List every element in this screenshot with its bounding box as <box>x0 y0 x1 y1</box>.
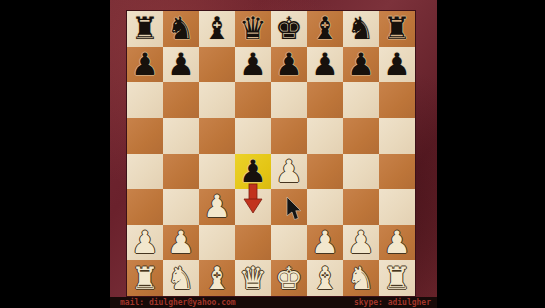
square-h8[interactable]: ♜ <box>379 11 415 47</box>
square-f8[interactable]: ♝ <box>307 11 343 47</box>
piece-black-pawn-g7[interactable]: ♟ <box>347 47 375 82</box>
square-e6[interactable] <box>271 82 307 118</box>
square-e4[interactable]: ♟ <box>271 154 307 190</box>
piece-black-pawn-e7[interactable]: ♟ <box>275 47 303 82</box>
square-c5[interactable] <box>199 118 235 154</box>
square-a5[interactable] <box>127 118 163 154</box>
square-d4[interactable]: ♟ <box>235 154 271 190</box>
piece-white-pawn-e4[interactable]: ♟ <box>275 154 303 189</box>
square-b7[interactable]: ♟ <box>163 47 199 83</box>
skype-contact-text: skype: adiulgher <box>354 297 431 308</box>
square-g7[interactable]: ♟ <box>343 47 379 83</box>
square-e1[interactable]: ♚ <box>271 260 307 296</box>
piece-black-pawn-d7[interactable]: ♟ <box>239 47 267 82</box>
square-b4[interactable] <box>163 154 199 190</box>
piece-black-pawn-a7[interactable]: ♟ <box>131 47 159 82</box>
piece-black-pawn-d4[interactable]: ♟ <box>239 154 267 189</box>
piece-black-pawn-h7[interactable]: ♟ <box>383 47 411 82</box>
square-a4[interactable] <box>127 154 163 190</box>
square-c6[interactable] <box>199 82 235 118</box>
piece-black-rook-h8[interactable]: ♜ <box>383 11 411 46</box>
square-b1[interactable]: ♞ <box>163 260 199 296</box>
piece-black-knight-b8[interactable]: ♞ <box>167 11 195 46</box>
square-g2[interactable]: ♟ <box>343 225 379 261</box>
piece-white-pawn-g2[interactable]: ♟ <box>347 225 375 260</box>
square-g6[interactable] <box>343 82 379 118</box>
piece-black-pawn-f7[interactable]: ♟ <box>311 47 339 82</box>
square-d1[interactable]: ♛ <box>235 260 271 296</box>
square-f6[interactable] <box>307 82 343 118</box>
square-b5[interactable] <box>163 118 199 154</box>
piece-white-queen-d1[interactable]: ♛ <box>239 261 267 296</box>
square-d5[interactable] <box>235 118 271 154</box>
square-d2[interactable] <box>235 225 271 261</box>
square-a8[interactable]: ♜ <box>127 11 163 47</box>
square-d6[interactable] <box>235 82 271 118</box>
square-d7[interactable]: ♟ <box>235 47 271 83</box>
square-e5[interactable] <box>271 118 307 154</box>
piece-white-pawn-b2[interactable]: ♟ <box>167 225 195 260</box>
mail-contact-text: mail: diulgher@yahoo.com <box>120 297 236 308</box>
piece-black-rook-a8[interactable]: ♜ <box>131 11 159 46</box>
piece-black-pawn-b7[interactable]: ♟ <box>167 47 195 82</box>
square-f4[interactable] <box>307 154 343 190</box>
square-e3[interactable] <box>271 189 307 225</box>
square-f5[interactable] <box>307 118 343 154</box>
square-d8[interactable]: ♛ <box>235 11 271 47</box>
piece-white-bishop-f1[interactable]: ♝ <box>311 261 339 296</box>
square-c1[interactable]: ♝ <box>199 260 235 296</box>
piece-white-pawn-c3[interactable]: ♟ <box>203 189 231 224</box>
piece-black-bishop-c8[interactable]: ♝ <box>203 11 231 46</box>
square-g5[interactable] <box>343 118 379 154</box>
piece-black-bishop-f8[interactable]: ♝ <box>311 11 339 46</box>
square-g4[interactable] <box>343 154 379 190</box>
square-f2[interactable]: ♟ <box>307 225 343 261</box>
square-a7[interactable]: ♟ <box>127 47 163 83</box>
square-a2[interactable]: ♟ <box>127 225 163 261</box>
square-a3[interactable] <box>127 189 163 225</box>
square-c3[interactable]: ♟ <box>199 189 235 225</box>
video-frame: ♜♞♝♛♚♝♞♜♟♟♟♟♟♟♟♟♟♟♟♟♟♟♟♜♞♝♛♚♝♞♜ mail: di… <box>0 0 545 308</box>
piece-white-king-e1[interactable]: ♚ <box>275 261 303 296</box>
piece-black-queen-d8[interactable]: ♛ <box>239 11 267 46</box>
square-c7[interactable] <box>199 47 235 83</box>
square-b6[interactable] <box>163 82 199 118</box>
piece-white-bishop-c1[interactable]: ♝ <box>203 261 231 296</box>
square-c8[interactable]: ♝ <box>199 11 235 47</box>
square-g3[interactable] <box>343 189 379 225</box>
piece-white-knight-g1[interactable]: ♞ <box>347 261 375 296</box>
square-f7[interactable]: ♟ <box>307 47 343 83</box>
square-e2[interactable] <box>271 225 307 261</box>
piece-white-pawn-h2[interactable]: ♟ <box>383 225 411 260</box>
piece-white-rook-a1[interactable]: ♜ <box>131 261 159 296</box>
square-b3[interactable] <box>163 189 199 225</box>
chess-board[interactable]: ♜♞♝♛♚♝♞♜♟♟♟♟♟♟♟♟♟♟♟♟♟♟♟♜♞♝♛♚♝♞♜ <box>127 11 415 296</box>
square-h4[interactable] <box>379 154 415 190</box>
piece-black-knight-g8[interactable]: ♞ <box>347 11 375 46</box>
square-h1[interactable]: ♜ <box>379 260 415 296</box>
square-f3[interactable] <box>307 189 343 225</box>
square-h7[interactable]: ♟ <box>379 47 415 83</box>
piece-white-knight-b1[interactable]: ♞ <box>167 261 195 296</box>
piece-black-king-e8[interactable]: ♚ <box>275 11 303 46</box>
contact-bar: mail: diulgher@yahoo.com skype: adiulghe… <box>110 297 437 308</box>
square-a6[interactable] <box>127 82 163 118</box>
square-e7[interactable]: ♟ <box>271 47 307 83</box>
piece-white-pawn-a2[interactable]: ♟ <box>131 225 159 260</box>
square-g8[interactable]: ♞ <box>343 11 379 47</box>
square-f1[interactable]: ♝ <box>307 260 343 296</box>
square-d3[interactable] <box>235 189 271 225</box>
square-h3[interactable] <box>379 189 415 225</box>
square-g1[interactable]: ♞ <box>343 260 379 296</box>
piece-white-rook-h1[interactable]: ♜ <box>383 261 411 296</box>
square-c2[interactable] <box>199 225 235 261</box>
square-b2[interactable]: ♟ <box>163 225 199 261</box>
square-c4[interactable] <box>199 154 235 190</box>
square-h5[interactable] <box>379 118 415 154</box>
piece-white-pawn-f2[interactable]: ♟ <box>311 225 339 260</box>
square-h2[interactable]: ♟ <box>379 225 415 261</box>
square-h6[interactable] <box>379 82 415 118</box>
square-e8[interactable]: ♚ <box>271 11 307 47</box>
square-a1[interactable]: ♜ <box>127 260 163 296</box>
square-b8[interactable]: ♞ <box>163 11 199 47</box>
